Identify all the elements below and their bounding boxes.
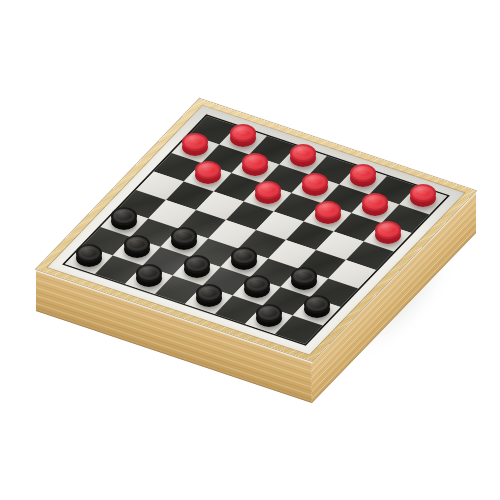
- black-checker[interactable]: [304, 295, 330, 318]
- red-checker[interactable]: [182, 133, 208, 156]
- red-checker[interactable]: [230, 124, 256, 147]
- red-checker[interactable]: [195, 161, 221, 184]
- black-checker[interactable]: [76, 244, 102, 267]
- red-checker[interactable]: [302, 173, 328, 196]
- black-checker[interactable]: [244, 275, 270, 298]
- black-checker[interactable]: [171, 227, 197, 250]
- black-checker[interactable]: [231, 247, 257, 270]
- red-checker[interactable]: [290, 144, 316, 167]
- red-checker[interactable]: [362, 193, 388, 216]
- black-checker[interactable]: [124, 235, 150, 258]
- black-checker[interactable]: [196, 284, 222, 307]
- red-checker[interactable]: [242, 153, 268, 176]
- black-checker[interactable]: [184, 255, 210, 278]
- black-checker[interactable]: [136, 264, 162, 287]
- black-checker[interactable]: [291, 267, 317, 290]
- red-checker[interactable]: [350, 164, 376, 187]
- red-checker[interactable]: [410, 184, 436, 207]
- red-checker[interactable]: [375, 221, 401, 244]
- black-checker[interactable]: [256, 304, 282, 327]
- black-checker[interactable]: [111, 207, 137, 230]
- red-checker[interactable]: [255, 181, 281, 204]
- red-checker[interactable]: [315, 201, 341, 224]
- product-photo: [0, 0, 500, 500]
